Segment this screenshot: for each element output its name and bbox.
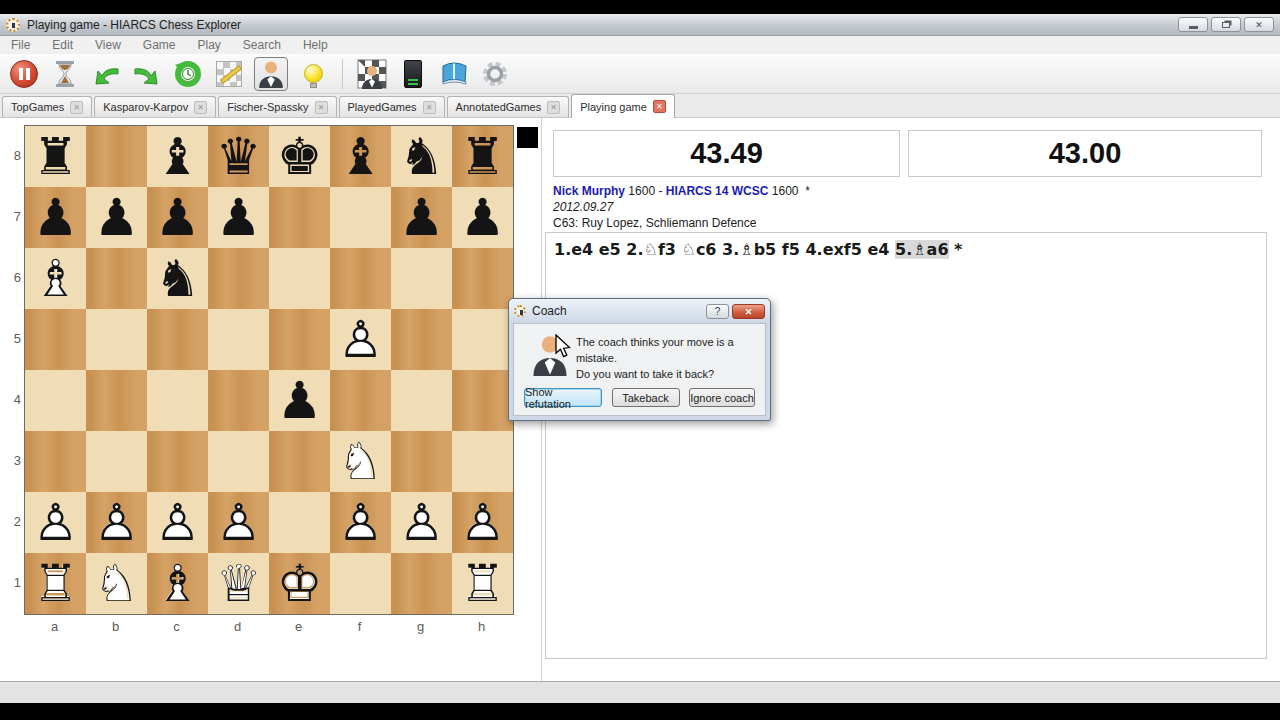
file-label-b: b: [85, 619, 146, 634]
square-d2[interactable]: ♟♙: [208, 492, 269, 553]
piece-white-rook[interactable]: ♜♖: [25, 553, 86, 614]
engine-icon[interactable]: [397, 58, 429, 90]
toolbar: [0, 54, 1280, 94]
piece-white-bishop[interactable]: ♝♗: [25, 248, 86, 309]
square-b1[interactable]: ♞♘: [86, 553, 147, 614]
tab-playedgames[interactable]: PlayedGames✕: [339, 96, 445, 117]
coach-message: The coach thinks your move is a mistake.…: [576, 334, 765, 382]
tab-label: TopGames: [11, 101, 64, 113]
play-opponent-icon[interactable]: [356, 58, 388, 90]
square-f5[interactable]: ♟♙: [330, 309, 391, 370]
square-d7[interactable]: ♟: [208, 187, 269, 248]
tab-label: PlayedGames: [348, 101, 417, 113]
piece-white-knight[interactable]: ♞♘: [86, 553, 147, 614]
square-g2[interactable]: ♟♙: [391, 492, 452, 553]
piece-black-pawn[interactable]: ♟: [269, 370, 330, 431]
piece-white-king[interactable]: ♚♔: [269, 553, 330, 614]
piece-white-pawn[interactable]: ♟♙: [25, 492, 86, 553]
square-f1[interactable]: [330, 553, 391, 614]
file-label-h: h: [451, 619, 512, 634]
menu-play[interactable]: Play: [187, 38, 232, 52]
tab-bar: TopGames✕Kasparov-Karpov✕Fischer-Spassky…: [0, 94, 1280, 118]
coach-dialog-buttons: Show refutation Takeback Ignore coach: [514, 388, 765, 407]
piece-white-rook[interactable]: ♜♖: [452, 553, 513, 614]
square-a4[interactable]: [25, 370, 86, 431]
hint-icon[interactable]: [297, 58, 329, 90]
menu-view[interactable]: View: [84, 38, 132, 52]
square-g5[interactable]: [391, 309, 452, 370]
square-d6[interactable]: [208, 248, 269, 309]
players-separator: -: [658, 184, 662, 198]
square-d3[interactable]: [208, 431, 269, 492]
rank-label-7: 7: [0, 186, 21, 247]
square-f4[interactable]: [330, 370, 391, 431]
square-h4[interactable]: [452, 370, 513, 431]
game-result: *: [805, 184, 810, 198]
square-h7[interactable]: ♟: [452, 187, 513, 248]
piece-black-rook[interactable]: ♜: [452, 126, 513, 187]
tab-topgames[interactable]: TopGames✕: [2, 96, 92, 117]
game-info: Nick Murphy 1600 - HIARCS 14 WCSC 1600 *…: [553, 184, 1253, 230]
toolbar-separator: [342, 59, 343, 89]
tab-close-icon[interactable]: ✕: [315, 101, 328, 114]
rank-label-2: 2: [0, 491, 21, 552]
coach-dialog-icon: [514, 305, 526, 317]
piece-white-bishop[interactable]: ♝♗: [147, 553, 208, 614]
square-a7[interactable]: ♟: [25, 187, 86, 248]
mouse-cursor: [550, 334, 572, 364]
piece-black-queen[interactable]: ♛: [208, 126, 269, 187]
menu-game[interactable]: Game: [132, 38, 187, 52]
square-a8[interactable]: ♜: [25, 126, 86, 187]
letterbox-bottom: [0, 703, 1280, 720]
file-labels: abcdefgh: [24, 619, 514, 634]
rank-label-1: 1: [0, 552, 21, 613]
piece-black-pawn[interactable]: ♟: [25, 187, 86, 248]
piece-white-pawn[interactable]: ♟♙: [330, 492, 391, 553]
rank-label-6: 6: [0, 247, 21, 308]
coach-message-line1: The coach thinks your move is a mistake.: [576, 334, 765, 366]
piece-white-pawn[interactable]: ♟♙: [330, 309, 391, 370]
square-c8[interactable]: ♝: [147, 126, 208, 187]
game-date: 2012.09.27: [553, 200, 1253, 214]
square-e2[interactable]: [269, 492, 330, 553]
square-c2[interactable]: ♟♙: [147, 492, 208, 553]
file-label-e: e: [268, 619, 329, 634]
square-a3[interactable]: [25, 431, 86, 492]
square-e1[interactable]: ♚♔: [269, 553, 330, 614]
current-move[interactable]: 5.♗a6: [895, 240, 948, 259]
rank-labels: 87654321: [0, 125, 21, 613]
square-g7[interactable]: ♟: [391, 187, 452, 248]
redo-move-icon[interactable]: [131, 58, 163, 90]
piece-black-knight[interactable]: ♞: [391, 126, 452, 187]
rank-label-8: 8: [0, 125, 21, 186]
menu-bar: File Edit View Game Play Search Help: [0, 36, 1280, 54]
tab-close-icon[interactable]: ✕: [194, 101, 207, 114]
piece-white-pawn[interactable]: ♟♙: [208, 492, 269, 553]
square-g3[interactable]: [391, 431, 452, 492]
square-f3[interactable]: ♞♘: [330, 431, 391, 492]
square-g1[interactable]: [391, 553, 452, 614]
tab-fischer-spassky[interactable]: Fischer-Spassky✕: [218, 96, 336, 117]
coach-message-line2: Do you want to take it back?: [576, 366, 765, 382]
square-g4[interactable]: [391, 370, 452, 431]
tab-label: Playing game: [580, 101, 647, 113]
rank-label-4: 4: [0, 369, 21, 430]
black-clock: 43.00: [908, 130, 1262, 177]
square-c4[interactable]: [147, 370, 208, 431]
square-b8[interactable]: [86, 126, 147, 187]
tab-annotatedgames[interactable]: AnnotatedGames✕: [447, 96, 570, 117]
square-b2[interactable]: ♟♙: [86, 492, 147, 553]
tab-label: AnnotatedGames: [456, 101, 542, 113]
square-c6[interactable]: ♞: [147, 248, 208, 309]
piece-black-pawn[interactable]: ♟: [452, 187, 513, 248]
file-label-a: a: [24, 619, 85, 634]
white-player-name: Nick Murphy: [553, 184, 625, 198]
square-b5[interactable]: [86, 309, 147, 370]
tab-close-icon[interactable]: ✕: [70, 101, 83, 114]
tab-close-icon[interactable]: ✕: [423, 101, 436, 114]
piece-black-bishop[interactable]: ♝: [330, 126, 391, 187]
main-content: 87654321 ♜♝♛♚♝♞♜♟♟♟♟♟♟♝♗♞♟♙♟♞♘♟♙♟♙♟♙♟♙♟♙…: [0, 118, 1280, 681]
square-e3[interactable]: [269, 431, 330, 492]
piece-white-pawn[interactable]: ♟♙: [391, 492, 452, 553]
square-h8[interactable]: ♜: [452, 126, 513, 187]
square-f8[interactable]: ♝: [330, 126, 391, 187]
piece-white-queen[interactable]: ♛♕: [208, 553, 269, 614]
show-refutation-button[interactable]: Show refutation: [524, 388, 602, 407]
square-f2[interactable]: ♟♙: [330, 492, 391, 553]
file-label-d: d: [207, 619, 268, 634]
tab-close-icon[interactable]: ✕: [547, 101, 560, 114]
tab-label: Fischer-Spassky: [227, 101, 308, 113]
letterbox-top: [0, 0, 1280, 14]
restart-game-icon[interactable]: [172, 58, 204, 90]
players-line: Nick Murphy 1600 - HIARCS 14 WCSC 1600 *: [553, 184, 1253, 198]
coach-icon[interactable]: [254, 57, 288, 91]
move-list[interactable]: 1.e4 e5 2.♘f3 ♘c6 3.♗b5 f5 4.exf5 e4 5.♗…: [545, 232, 1267, 659]
piece-black-king[interactable]: ♚: [269, 126, 330, 187]
rank-label-5: 5: [0, 308, 21, 369]
menu-help[interactable]: Help: [292, 38, 339, 52]
black-player-name: HIARCS 14 WCSC: [666, 184, 769, 198]
coach-dialog-title: Coach: [532, 304, 567, 318]
pause-icon[interactable]: [8, 58, 40, 90]
hourglass-icon[interactable]: [49, 58, 81, 90]
chess-board: ♜♝♛♚♝♞♜♟♟♟♟♟♟♝♗♞♟♙♟♞♘♟♙♟♙♟♙♟♙♟♙♟♙♟♙♜♖♞♘♝…: [24, 125, 514, 615]
square-e5[interactable]: [269, 309, 330, 370]
square-h6[interactable]: [452, 248, 513, 309]
result-marker: *: [949, 240, 963, 259]
square-h2[interactable]: ♟♙: [452, 492, 513, 553]
moves-played: 1.e4 e5 2.♘f3 ♘c6 3.♗b5 f5 4.exf5 e4: [554, 240, 895, 259]
square-g8[interactable]: ♞: [391, 126, 452, 187]
rank-label-3: 3: [0, 430, 21, 491]
file-label-f: f: [329, 619, 390, 634]
dialog-close-icon[interactable]: ✕: [732, 304, 765, 319]
piece-black-pawn[interactable]: ♟: [147, 187, 208, 248]
square-c5[interactable]: [147, 309, 208, 370]
square-e8[interactable]: ♚: [269, 126, 330, 187]
close-button[interactable]: ✕: [1244, 17, 1274, 32]
opening-name: C63: Ruy Lopez, Schliemann Defence: [553, 216, 1253, 230]
tab-close-icon[interactable]: ✕: [653, 100, 666, 113]
square-a6[interactable]: ♝♗: [25, 248, 86, 309]
window-title: Playing game - HIARCS Chess Explorer: [27, 18, 241, 32]
square-c7[interactable]: ♟: [147, 187, 208, 248]
piece-white-pawn[interactable]: ♟♙: [452, 492, 513, 553]
square-c1[interactable]: ♝♗: [147, 553, 208, 614]
square-g6[interactable]: [391, 248, 452, 309]
square-b4[interactable]: [86, 370, 147, 431]
takeback-button[interactable]: Takeback: [612, 388, 680, 407]
side-to-move-indicator: [517, 127, 538, 148]
setup-board-icon[interactable]: [213, 58, 245, 90]
square-f7[interactable]: [330, 187, 391, 248]
coach-dialog: Coach ? ✕ The coach thinks your move is …: [508, 298, 771, 421]
menu-file[interactable]: File: [0, 38, 41, 52]
black-player-elo: 1600: [772, 184, 799, 198]
book-icon[interactable]: [438, 58, 470, 90]
square-b7[interactable]: ♟: [86, 187, 147, 248]
square-d8[interactable]: ♛: [208, 126, 269, 187]
square-d4[interactable]: [208, 370, 269, 431]
square-a5[interactable]: [25, 309, 86, 370]
title-bar: Playing game - HIARCS Chess Explorer ✕: [0, 14, 1280, 36]
square-b6[interactable]: [86, 248, 147, 309]
white-player-elo: 1600: [628, 184, 655, 198]
app-window: Playing game - HIARCS Chess Explorer ✕ F…: [0, 14, 1280, 681]
square-h1[interactable]: ♜♖: [452, 553, 513, 614]
menu-search[interactable]: Search: [232, 38, 292, 52]
piece-black-pawn[interactable]: ♟: [208, 187, 269, 248]
square-b3[interactable]: [86, 431, 147, 492]
piece-black-knight[interactable]: ♞: [147, 248, 208, 309]
piece-black-pawn[interactable]: ♟: [86, 187, 147, 248]
tab-kasparov-karpov[interactable]: Kasparov-Karpov✕: [94, 96, 216, 117]
square-e6[interactable]: [269, 248, 330, 309]
help-icon[interactable]: ?: [706, 304, 729, 319]
tab-label: Kasparov-Karpov: [103, 101, 188, 113]
file-label-c: c: [146, 619, 207, 634]
maximize-button[interactable]: [1211, 17, 1241, 32]
square-c3[interactable]: [147, 431, 208, 492]
app-icon: [6, 18, 20, 32]
status-bar: [0, 681, 1280, 703]
piece-white-pawn[interactable]: ♟♙: [86, 492, 147, 553]
square-f6[interactable]: [330, 248, 391, 309]
piece-black-pawn[interactable]: ♟: [391, 187, 452, 248]
square-a1[interactable]: ♜♖: [25, 553, 86, 614]
menu-edit[interactable]: Edit: [41, 38, 84, 52]
piece-black-bishop[interactable]: ♝: [147, 126, 208, 187]
ignore-coach-button[interactable]: Ignore coach: [689, 388, 755, 407]
settings-icon[interactable]: [479, 58, 511, 90]
tab-playing-game[interactable]: Playing game✕: [571, 94, 675, 118]
square-e4[interactable]: ♟: [269, 370, 330, 431]
coach-dialog-titlebar[interactable]: Coach ? ✕: [509, 299, 770, 323]
file-label-g: g: [390, 619, 451, 634]
undo-move-icon[interactable]: [90, 58, 122, 90]
square-d5[interactable]: [208, 309, 269, 370]
square-a2[interactable]: ♟♙: [25, 492, 86, 553]
minimize-button[interactable]: [1178, 17, 1208, 32]
square-h3[interactable]: [452, 431, 513, 492]
square-d1[interactable]: ♛♕: [208, 553, 269, 614]
square-h5[interactable]: [452, 309, 513, 370]
white-clock: 43.49: [553, 130, 900, 177]
piece-white-pawn[interactable]: ♟♙: [147, 492, 208, 553]
piece-white-knight[interactable]: ♞♘: [330, 431, 391, 492]
piece-black-rook[interactable]: ♜: [25, 126, 86, 187]
square-e7[interactable]: [269, 187, 330, 248]
